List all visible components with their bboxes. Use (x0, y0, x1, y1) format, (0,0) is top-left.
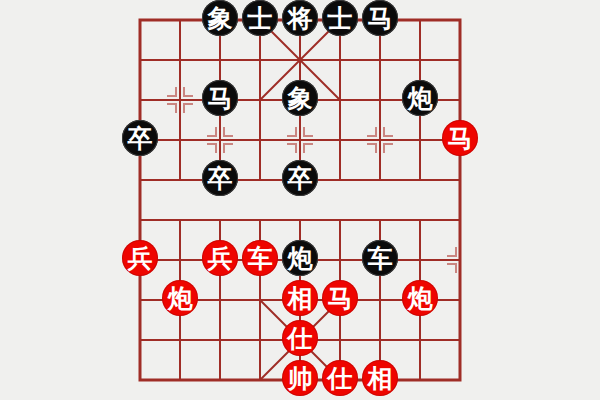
piece-black-elephant[interactable]: 象 (202, 0, 238, 36)
piece-red-cannon[interactable]: 炮 (162, 280, 198, 316)
piece-black-horse[interactable]: 马 (362, 0, 398, 36)
piece-black-soldier[interactable]: 卒 (202, 160, 238, 196)
piece-red-general[interactable]: 帅 (282, 360, 318, 396)
piece-black-elephant[interactable]: 象 (282, 80, 318, 116)
piece-black-chariot[interactable]: 车 (362, 240, 398, 276)
piece-red-elephant[interactable]: 相 (282, 280, 318, 316)
piece-red-elephant[interactable]: 相 (362, 360, 398, 396)
piece-black-soldier[interactable]: 卒 (282, 160, 318, 196)
piece-black-general[interactable]: 将 (282, 0, 318, 36)
pieces-layer[interactable]: 象士将士马马象炮卒马卒卒兵兵车炮车炮相马炮仕帅仕相 (120, 0, 480, 400)
piece-black-cannon[interactable]: 炮 (282, 240, 318, 276)
piece-black-advisor[interactable]: 士 (242, 0, 278, 36)
piece-black-horse[interactable]: 马 (202, 80, 238, 116)
xiangqi-app: 象士将士马马象炮卒马卒卒兵兵车炮车炮相马炮仕帅仕相 (0, 0, 600, 400)
piece-red-cannon[interactable]: 炮 (402, 280, 438, 316)
piece-red-advisor[interactable]: 仕 (282, 320, 318, 356)
piece-red-chariot[interactable]: 车 (242, 240, 278, 276)
piece-black-cannon[interactable]: 炮 (402, 80, 438, 116)
piece-red-soldier[interactable]: 兵 (122, 240, 158, 276)
piece-black-advisor[interactable]: 士 (322, 0, 358, 36)
piece-red-advisor[interactable]: 仕 (322, 360, 358, 396)
piece-red-horse[interactable]: 马 (442, 120, 478, 156)
piece-red-soldier[interactable]: 兵 (202, 240, 238, 276)
piece-black-soldier[interactable]: 卒 (122, 120, 158, 156)
piece-red-horse[interactable]: 马 (322, 280, 358, 316)
